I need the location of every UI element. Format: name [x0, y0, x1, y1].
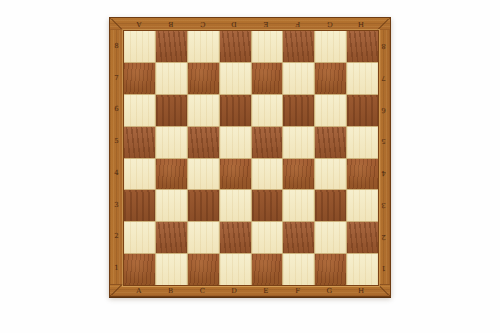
- square-b5[interactable]: [156, 127, 187, 158]
- rank-label-7: 7: [110, 62, 123, 94]
- square-c2[interactable]: [188, 222, 219, 253]
- square-e4[interactable]: [252, 159, 283, 190]
- file-label-a: A: [123, 18, 155, 30]
- file-label-b: B: [155, 18, 187, 30]
- square-a4[interactable]: [124, 159, 155, 190]
- square-g7[interactable]: [315, 63, 346, 94]
- square-f8[interactable]: [283, 31, 314, 62]
- square-a3[interactable]: [124, 190, 155, 221]
- square-h5[interactable]: [347, 127, 378, 158]
- square-e7[interactable]: [252, 63, 283, 94]
- square-g5[interactable]: [315, 127, 346, 158]
- square-c6[interactable]: [188, 95, 219, 126]
- file-label-a: A: [123, 285, 155, 296]
- square-h3[interactable]: [347, 190, 378, 221]
- rank-label-1: 1: [110, 252, 123, 284]
- square-c8[interactable]: [188, 31, 219, 62]
- square-g8[interactable]: [315, 31, 346, 62]
- square-a5[interactable]: [124, 127, 155, 158]
- rank-label-4: 4: [110, 157, 123, 189]
- square-c3[interactable]: [188, 190, 219, 221]
- square-d3[interactable]: [220, 190, 251, 221]
- square-d4[interactable]: [220, 159, 251, 190]
- file-label-c: C: [187, 18, 219, 30]
- file-label-f: F: [282, 285, 314, 296]
- square-b7[interactable]: [156, 63, 187, 94]
- square-a6[interactable]: [124, 95, 155, 126]
- file-label-d: D: [218, 285, 250, 296]
- rank-label-5: 5: [110, 125, 123, 157]
- square-c1[interactable]: [188, 254, 219, 285]
- square-e5[interactable]: [252, 127, 283, 158]
- file-label-b: B: [155, 285, 187, 296]
- square-b4[interactable]: [156, 159, 187, 190]
- square-b1[interactable]: [156, 254, 187, 285]
- square-g4[interactable]: [315, 159, 346, 190]
- square-h7[interactable]: [347, 63, 378, 94]
- square-f7[interactable]: [283, 63, 314, 94]
- square-d5[interactable]: [220, 127, 251, 158]
- file-label-e: E: [250, 18, 282, 30]
- board-frame-top: ABCDEFGH: [110, 18, 390, 30]
- square-a8[interactable]: [124, 31, 155, 62]
- squares-grid: [123, 30, 379, 286]
- square-h8[interactable]: [347, 31, 378, 62]
- square-e2[interactable]: [252, 222, 283, 253]
- square-d2[interactable]: [220, 222, 251, 253]
- file-label-d: D: [218, 18, 250, 30]
- board-frame-left: 87654321: [110, 30, 123, 284]
- chess-board: ABCDEFGH ABCDEFGH 87654321 87654321: [109, 17, 391, 297]
- square-e6[interactable]: [252, 95, 283, 126]
- square-h6[interactable]: [347, 95, 378, 126]
- square-e1[interactable]: [252, 254, 283, 285]
- square-f1[interactable]: [283, 254, 314, 285]
- square-d8[interactable]: [220, 31, 251, 62]
- square-h1[interactable]: [347, 254, 378, 285]
- square-h4[interactable]: [347, 159, 378, 190]
- square-g3[interactable]: [315, 190, 346, 221]
- file-label-g: G: [314, 18, 346, 30]
- square-c5[interactable]: [188, 127, 219, 158]
- square-c7[interactable]: [188, 63, 219, 94]
- rank-label-6: 6: [110, 94, 123, 126]
- square-e3[interactable]: [252, 190, 283, 221]
- square-f4[interactable]: [283, 159, 314, 190]
- square-a1[interactable]: [124, 254, 155, 285]
- square-a2[interactable]: [124, 222, 155, 253]
- square-f6[interactable]: [283, 95, 314, 126]
- square-a7[interactable]: [124, 63, 155, 94]
- square-e8[interactable]: [252, 31, 283, 62]
- square-f2[interactable]: [283, 222, 314, 253]
- square-g2[interactable]: [315, 222, 346, 253]
- file-label-f: F: [282, 18, 314, 30]
- square-b2[interactable]: [156, 222, 187, 253]
- square-f3[interactable]: [283, 190, 314, 221]
- square-b3[interactable]: [156, 190, 187, 221]
- square-b6[interactable]: [156, 95, 187, 126]
- square-f5[interactable]: [283, 127, 314, 158]
- square-g1[interactable]: [315, 254, 346, 285]
- rank-label-2: 2: [110, 221, 123, 253]
- square-c4[interactable]: [188, 159, 219, 190]
- file-label-g: G: [314, 285, 346, 296]
- file-label-e: E: [250, 285, 282, 296]
- rank-label-3: 3: [110, 189, 123, 221]
- square-b8[interactable]: [156, 31, 187, 62]
- file-label-h: H: [345, 285, 377, 296]
- file-label-h: H: [345, 18, 377, 30]
- file-label-c: C: [187, 285, 219, 296]
- square-g6[interactable]: [315, 95, 346, 126]
- square-h2[interactable]: [347, 222, 378, 253]
- rank-label-8: 8: [110, 30, 123, 62]
- square-d7[interactable]: [220, 63, 251, 94]
- square-d6[interactable]: [220, 95, 251, 126]
- square-d1[interactable]: [220, 254, 251, 285]
- photo-background: ABCDEFGH ABCDEFGH 87654321 87654321: [0, 0, 500, 333]
